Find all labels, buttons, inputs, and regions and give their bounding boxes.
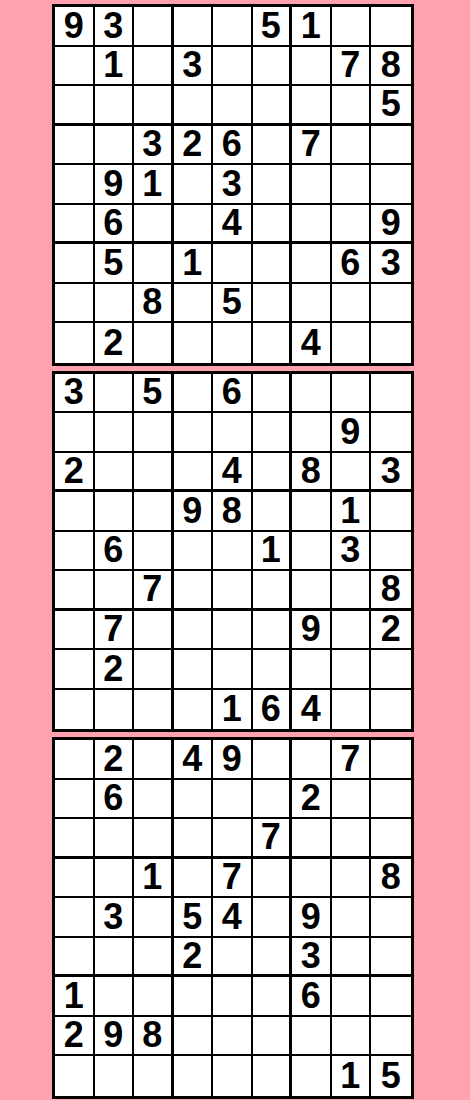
sudoku-cell-r3c2[interactable] — [95, 86, 135, 126]
sudoku-cell-r6c6[interactable] — [253, 205, 293, 245]
sudoku-cell-r6c8[interactable] — [332, 205, 372, 245]
sudoku-cell-r2c1[interactable] — [55, 780, 95, 820]
sudoku-cell-r5c5[interactable]: 4 — [213, 898, 253, 938]
sudoku-cell-r8c8[interactable] — [332, 284, 372, 324]
sudoku-cell-r7c1[interactable]: 1 — [55, 977, 95, 1017]
sudoku-cell-r4c4[interactable] — [174, 859, 214, 899]
sudoku-cell-r9c6[interactable] — [253, 1056, 293, 1096]
sudoku-cell-r8c1[interactable] — [55, 284, 95, 324]
sudoku-cell-r8c6[interactable] — [253, 284, 293, 324]
sudoku-cell-r8c5[interactable]: 5 — [213, 284, 253, 324]
sudoku-cell-r6c7[interactable] — [292, 205, 332, 245]
sudoku-cell-r5c9[interactable] — [371, 532, 411, 572]
sudoku-cell-r6c6[interactable] — [253, 938, 293, 978]
sudoku-cell-r8c7[interactable] — [292, 650, 332, 690]
sudoku-cell-r4c2[interactable] — [95, 492, 135, 532]
sudoku-cell-r3c6[interactable] — [253, 453, 293, 493]
sudoku-cell-r4c3[interactable]: 3 — [134, 126, 174, 166]
sudoku-cell-r6c5[interactable]: 4 — [213, 205, 253, 245]
sudoku-cell-r9c2[interactable] — [95, 1056, 135, 1096]
sudoku-cell-r6c9[interactable]: 9 — [371, 205, 411, 245]
sudoku-cell-r4c1[interactable] — [55, 126, 95, 166]
sudoku-cell-r7c5[interactable] — [213, 611, 253, 651]
sudoku-cell-r4c9[interactable]: 8 — [371, 859, 411, 899]
sudoku-cell-r5c2[interactable]: 9 — [95, 165, 135, 205]
sudoku-cell-r4c5[interactable]: 7 — [213, 859, 253, 899]
sudoku-cell-r7c8[interactable] — [332, 611, 372, 651]
sudoku-cell-r8c2[interactable] — [95, 284, 135, 324]
sudoku-cell-r3c9[interactable]: 5 — [371, 86, 411, 126]
sudoku-cell-r2c4[interactable]: 3 — [174, 47, 214, 87]
sudoku-board-3: 24976271783549231629815 — [52, 737, 414, 1099]
sudoku-cell-r6c9[interactable]: 8 — [371, 571, 411, 611]
sudoku-cell-r3c1[interactable] — [55, 86, 95, 126]
sudoku-cell-r7c1[interactable] — [55, 244, 95, 284]
sudoku-cell-r4c3[interactable]: 1 — [134, 859, 174, 899]
sudoku-cell-r5c4[interactable]: 5 — [174, 898, 214, 938]
sudoku-cell-r3c5[interactable] — [213, 86, 253, 126]
sudoku-cell-r9c1[interactable] — [55, 323, 95, 363]
sudoku-cell-r8c3[interactable]: 8 — [134, 284, 174, 324]
sudoku-cell-r4c1[interactable] — [55, 492, 95, 532]
sudoku-cell-r7c2[interactable]: 5 — [95, 244, 135, 284]
sudoku-cell-r3c2[interactable] — [95, 453, 135, 493]
sudoku-cell-r1c4[interactable] — [174, 7, 214, 47]
sudoku-cell-r1c1[interactable]: 3 — [55, 374, 95, 414]
sudoku-cell-r8c8[interactable] — [332, 650, 372, 690]
sudoku-cell-r5c2[interactable]: 3 — [95, 898, 135, 938]
sudoku-cell-r2c9[interactable] — [371, 413, 411, 453]
sudoku-cell-r4c6[interactable] — [253, 859, 293, 899]
sudoku-cell-r3c2[interactable] — [95, 819, 135, 859]
sudoku-cell-r9c8[interactable] — [332, 323, 372, 363]
sudoku-cell-r8c3[interactable] — [134, 650, 174, 690]
sudoku-cell-r6c7[interactable]: 3 — [292, 938, 332, 978]
sudoku-cell-r8c8[interactable] — [332, 1017, 372, 1057]
sudoku-cell-r1c8[interactable]: 7 — [332, 740, 372, 780]
sudoku-cell-r2c1[interactable] — [55, 413, 95, 453]
sudoku-cell-r9c5[interactable]: 1 — [213, 690, 253, 730]
sudoku-cell-r3c8[interactable] — [332, 86, 372, 126]
sudoku-cell-r9c4[interactable] — [174, 1056, 214, 1096]
sudoku-cell-r2c5[interactable] — [213, 413, 253, 453]
sudoku-cell-r3c3[interactable] — [134, 453, 174, 493]
sudoku-cell-r6c2[interactable] — [95, 571, 135, 611]
sudoku-cell-r8c4[interactable] — [174, 650, 214, 690]
sudoku-cell-r9c2[interactable]: 2 — [95, 323, 135, 363]
sudoku-cell-r2c7[interactable] — [292, 413, 332, 453]
sudoku-cell-r6c1[interactable] — [55, 938, 95, 978]
sudoku-cell-r7c8[interactable] — [332, 977, 372, 1017]
sudoku-cell-r6c1[interactable] — [55, 205, 95, 245]
sudoku-cell-r3c3[interactable] — [134, 86, 174, 126]
sudoku-board-1: 935113785326791364951638524 — [52, 4, 414, 366]
sudoku-cell-r1c7[interactable] — [292, 740, 332, 780]
sudoku-cell-r5c8[interactable] — [332, 165, 372, 205]
sudoku-cell-r2c7[interactable]: 2 — [292, 780, 332, 820]
sudoku-cell-r3c8[interactable] — [332, 819, 372, 859]
sudoku-cell-r7c9[interactable]: 2 — [371, 611, 411, 651]
sudoku-cell-r2c5[interactable] — [213, 47, 253, 87]
sudoku-cell-r5c4[interactable] — [174, 165, 214, 205]
sudoku-cell-r5c2[interactable]: 6 — [95, 532, 135, 572]
sudoku-cell-r3c6[interactable]: 7 — [253, 819, 293, 859]
sudoku-cell-r1c8[interactable] — [332, 7, 372, 47]
sudoku-cell-r2c2[interactable]: 1 — [95, 47, 135, 87]
sudoku-cell-r6c8[interactable] — [332, 571, 372, 611]
sudoku-cell-r2c8[interactable] — [332, 780, 372, 820]
sudoku-cell-r5c3[interactable] — [134, 532, 174, 572]
sudoku-cell-r1c9[interactable] — [371, 7, 411, 47]
sudoku-cell-r8c6[interactable] — [253, 650, 293, 690]
sudoku-cell-r6c8[interactable] — [332, 938, 372, 978]
sudoku-cell-r4c9[interactable] — [371, 126, 411, 166]
sudoku-cell-r2c9[interactable]: 8 — [371, 47, 411, 87]
sudoku-cell-r2c3[interactable] — [134, 47, 174, 87]
sudoku-cell-r5c9[interactable] — [371, 165, 411, 205]
sudoku-cell-r9c3[interactable] — [134, 323, 174, 363]
sudoku-cell-r8c1[interactable]: 2 — [55, 1017, 95, 1057]
sudoku-cell-r2c4[interactable] — [174, 413, 214, 453]
sudoku-cell-r7c9[interactable]: 3 — [371, 244, 411, 284]
sudoku-cell-r5c6[interactable] — [253, 898, 293, 938]
sudoku-cell-r7c7[interactable] — [292, 244, 332, 284]
sudoku-cell-r3c7[interactable]: 8 — [292, 453, 332, 493]
sudoku-cell-r9c5[interactable] — [213, 1056, 253, 1096]
sudoku-cell-r8c7[interactable] — [292, 1017, 332, 1057]
sudoku-cell-r5c5[interactable] — [213, 532, 253, 572]
sudoku-cell-r2c6[interactable] — [253, 780, 293, 820]
sudoku-cell-r9c9[interactable] — [371, 323, 411, 363]
sudoku-cell-r4c1[interactable] — [55, 859, 95, 899]
sudoku-cell-r7c7[interactable]: 9 — [292, 611, 332, 651]
sudoku-cell-r1c3[interactable] — [134, 740, 174, 780]
sudoku-cell-r3c6[interactable] — [253, 86, 293, 126]
sudoku-cell-r3c5[interactable]: 4 — [213, 453, 253, 493]
sudoku-cell-r2c2[interactable]: 6 — [95, 780, 135, 820]
sudoku-cell-r6c7[interactable] — [292, 571, 332, 611]
sudoku-cell-r1c2[interactable] — [95, 374, 135, 414]
sudoku-cell-r2c6[interactable] — [253, 413, 293, 453]
sudoku-cell-r1c7[interactable] — [292, 374, 332, 414]
sudoku-cell-r4c5[interactable]: 6 — [213, 126, 253, 166]
sudoku-cell-r6c5[interactable] — [213, 938, 253, 978]
sudoku-cell-r5c6[interactable]: 1 — [253, 532, 293, 572]
sudoku-cell-r9c6[interactable] — [253, 323, 293, 363]
sudoku-cell-r1c6[interactable] — [253, 374, 293, 414]
sudoku-cell-r3c3[interactable] — [134, 819, 174, 859]
sudoku-cell-r6c3[interactable]: 7 — [134, 571, 174, 611]
sudoku-cell-r1c4[interactable] — [174, 374, 214, 414]
sudoku-cell-r5c6[interactable] — [253, 165, 293, 205]
sudoku-cell-r7c7[interactable]: 6 — [292, 977, 332, 1017]
sudoku-cell-r5c8[interactable]: 3 — [332, 532, 372, 572]
sudoku-cell-r9c1[interactable] — [55, 1056, 95, 1096]
sudoku-cell-r3c9[interactable] — [371, 819, 411, 859]
sudoku-cell-r9c1[interactable] — [55, 690, 95, 730]
sudoku-cell-r3c5[interactable] — [213, 819, 253, 859]
sudoku-cell-r1c4[interactable]: 4 — [174, 740, 214, 780]
sudoku-cell-r5c5[interactable]: 3 — [213, 165, 253, 205]
sudoku-cell-r7c8[interactable]: 6 — [332, 244, 372, 284]
sudoku-cell-r8c9[interactable] — [371, 1017, 411, 1057]
sudoku-cell-r1c5[interactable]: 9 — [213, 740, 253, 780]
sudoku-cell-r4c9[interactable] — [371, 492, 411, 532]
sudoku-cell-r9c3[interactable] — [134, 690, 174, 730]
sudoku-board-2: 35692483981613787922164 — [52, 371, 414, 733]
sudoku-cell-r7c2[interactable] — [95, 977, 135, 1017]
sudoku-cell-r1c7[interactable]: 1 — [292, 7, 332, 47]
sudoku-cell-r6c4[interactable] — [174, 571, 214, 611]
sudoku-cell-r1c6[interactable] — [253, 740, 293, 780]
sudoku-cell-r9c6[interactable]: 6 — [253, 690, 293, 730]
sudoku-cell-r6c4[interactable]: 2 — [174, 938, 214, 978]
sudoku-cell-r4c7[interactable] — [292, 859, 332, 899]
sudoku-cell-r6c6[interactable] — [253, 571, 293, 611]
sudoku-cell-r1c3[interactable] — [134, 7, 174, 47]
sudoku-cell-r3c4[interactable] — [174, 453, 214, 493]
sudoku-cell-r9c3[interactable] — [134, 1056, 174, 1096]
sudoku-cell-r4c8[interactable] — [332, 126, 372, 166]
sudoku-cell-r6c2[interactable]: 6 — [95, 205, 135, 245]
sudoku-cell-r6c1[interactable] — [55, 571, 95, 611]
sudoku-cell-r2c1[interactable] — [55, 47, 95, 87]
sudoku-cell-r4c4[interactable]: 2 — [174, 126, 214, 166]
sudoku-cell-r9c9[interactable] — [371, 690, 411, 730]
sudoku-cell-r8c5[interactable] — [213, 1017, 253, 1057]
sudoku-cell-r9c5[interactable] — [213, 323, 253, 363]
sudoku-cell-r2c3[interactable] — [134, 780, 174, 820]
sudoku-cell-r4c2[interactable] — [95, 126, 135, 166]
sudoku-cell-r5c3[interactable]: 1 — [134, 165, 174, 205]
sudoku-cell-r7c6[interactable] — [253, 611, 293, 651]
sudoku-cell-r6c9[interactable] — [371, 938, 411, 978]
sudoku-cell-r8c5[interactable] — [213, 650, 253, 690]
sudoku-cell-r2c7[interactable] — [292, 47, 332, 87]
sudoku-cell-r7c4[interactable] — [174, 977, 214, 1017]
sudoku-cell-r1c2[interactable]: 3 — [95, 7, 135, 47]
sudoku-cell-r4c6[interactable] — [253, 126, 293, 166]
sudoku-cell-r5c7[interactable]: 9 — [292, 898, 332, 938]
boards-column: 935113785326791364951638524 356924839816… — [52, 4, 414, 1099]
sudoku-cell-r7c5[interactable] — [213, 977, 253, 1017]
sudoku-cell-r7c9[interactable] — [371, 977, 411, 1017]
sudoku-cell-r3c1[interactable]: 2 — [55, 453, 95, 493]
sudoku-cell-r6c3[interactable] — [134, 938, 174, 978]
sudoku-cell-r1c6[interactable]: 5 — [253, 7, 293, 47]
sudoku-cell-r1c8[interactable] — [332, 374, 372, 414]
sudoku-cell-r1c1[interactable]: 9 — [55, 7, 95, 47]
sudoku-cell-r2c8[interactable]: 7 — [332, 47, 372, 87]
sudoku-cell-r1c5[interactable]: 6 — [213, 374, 253, 414]
sudoku-cell-r9c4[interactable] — [174, 323, 214, 363]
sudoku-cell-r2c5[interactable] — [213, 780, 253, 820]
sudoku-cell-r1c9[interactable] — [371, 740, 411, 780]
sudoku-cell-r7c3[interactable] — [134, 977, 174, 1017]
sudoku-cell-r9c7[interactable]: 4 — [292, 690, 332, 730]
sudoku-cell-r7c5[interactable] — [213, 244, 253, 284]
sudoku-cell-r9c9[interactable]: 5 — [371, 1056, 411, 1096]
sudoku-cell-r6c3[interactable] — [134, 205, 174, 245]
sudoku-cell-r9c2[interactable] — [95, 690, 135, 730]
sudoku-cell-r8c4[interactable] — [174, 1017, 214, 1057]
sudoku-cell-r7c2[interactable]: 7 — [95, 611, 135, 651]
sudoku-cell-r7c6[interactable] — [253, 977, 293, 1017]
sudoku-cell-r9c8[interactable]: 1 — [332, 1056, 372, 1096]
sudoku-cell-r3c7[interactable] — [292, 86, 332, 126]
sudoku-cell-r8c9[interactable] — [371, 650, 411, 690]
sudoku-cell-r4c8[interactable] — [332, 859, 372, 899]
sudoku-cell-r8c3[interactable]: 8 — [134, 1017, 174, 1057]
sudoku-cell-r7c4[interactable]: 1 — [174, 244, 214, 284]
sudoku-cell-r3c7[interactable] — [292, 819, 332, 859]
sudoku-cell-r5c1[interactable] — [55, 898, 95, 938]
sudoku-cell-r8c4[interactable] — [174, 284, 214, 324]
sudoku-cell-r5c1[interactable] — [55, 532, 95, 572]
sudoku-cell-r1c9[interactable] — [371, 374, 411, 414]
sudoku-cell-r8c6[interactable] — [253, 1017, 293, 1057]
sudoku-cell-r5c8[interactable] — [332, 898, 372, 938]
sudoku-cell-r4c7[interactable]: 7 — [292, 126, 332, 166]
sudoku-cell-r7c3[interactable] — [134, 611, 174, 651]
sudoku-cell-r4c6[interactable] — [253, 492, 293, 532]
sudoku-cell-r1c5[interactable] — [213, 7, 253, 47]
sudoku-cell-r2c9[interactable] — [371, 780, 411, 820]
sudoku-cell-r3c9[interactable]: 3 — [371, 453, 411, 493]
sudoku-cell-r4c2[interactable] — [95, 859, 135, 899]
sudoku-cell-r2c3[interactable] — [134, 413, 174, 453]
sudoku-cell-r1c3[interactable]: 5 — [134, 374, 174, 414]
sudoku-cell-r4c8[interactable]: 1 — [332, 492, 372, 532]
sudoku-cell-r1c1[interactable] — [55, 740, 95, 780]
sudoku-cell-r7c6[interactable] — [253, 244, 293, 284]
sudoku-cell-r9c7[interactable] — [292, 1056, 332, 1096]
sudoku-cell-r8c2[interactable]: 9 — [95, 1017, 135, 1057]
sudoku-cell-r5c1[interactable] — [55, 165, 95, 205]
sudoku-cell-r5c4[interactable] — [174, 532, 214, 572]
sudoku-cell-r6c2[interactable] — [95, 938, 135, 978]
sudoku-cell-r4c7[interactable] — [292, 492, 332, 532]
sudoku-cell-r6c5[interactable] — [213, 571, 253, 611]
sudoku-cell-r5c9[interactable] — [371, 898, 411, 938]
sudoku-cell-r7c3[interactable] — [134, 244, 174, 284]
sudoku-cell-r9c7[interactable]: 4 — [292, 323, 332, 363]
sudoku-cell-r2c2[interactable] — [95, 413, 135, 453]
sudoku-cell-r6c4[interactable] — [174, 205, 214, 245]
sudoku-cell-r8c2[interactable]: 2 — [95, 650, 135, 690]
sudoku-cell-r8c7[interactable] — [292, 284, 332, 324]
sudoku-cell-r5c7[interactable] — [292, 532, 332, 572]
sudoku-cell-r3c4[interactable] — [174, 819, 214, 859]
sudoku-cell-r5c7[interactable] — [292, 165, 332, 205]
sudoku-cell-r9c4[interactable] — [174, 690, 214, 730]
sudoku-cell-r3c8[interactable] — [332, 453, 372, 493]
sudoku-cell-r9c8[interactable] — [332, 690, 372, 730]
sudoku-cell-r7c4[interactable] — [174, 611, 214, 651]
sudoku-cell-r7c1[interactable] — [55, 611, 95, 651]
sudoku-cell-r3c1[interactable] — [55, 819, 95, 859]
sudoku-cell-r3c4[interactable] — [174, 86, 214, 126]
sudoku-page: 935113785326791364951638524 356924839816… — [0, 0, 470, 1100]
sudoku-cell-r4c5[interactable]: 8 — [213, 492, 253, 532]
sudoku-cell-r2c4[interactable] — [174, 780, 214, 820]
sudoku-cell-r8c9[interactable] — [371, 284, 411, 324]
sudoku-cell-r4c3[interactable] — [134, 492, 174, 532]
sudoku-cell-r2c8[interactable]: 9 — [332, 413, 372, 453]
sudoku-cell-r1c2[interactable]: 2 — [95, 740, 135, 780]
sudoku-cell-r2c6[interactable] — [253, 47, 293, 87]
sudoku-cell-r4c4[interactable]: 9 — [174, 492, 214, 532]
sudoku-cell-r5c3[interactable] — [134, 898, 174, 938]
sudoku-cell-r8c1[interactable] — [55, 650, 95, 690]
